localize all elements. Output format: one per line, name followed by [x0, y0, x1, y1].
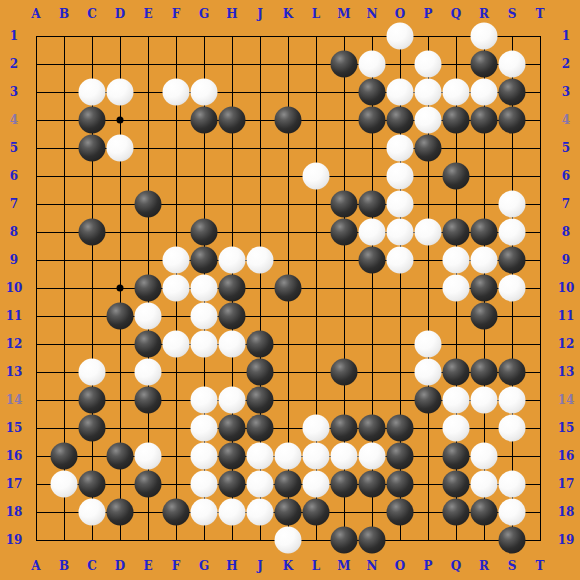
col-label-top: L [302, 2, 330, 26]
stone-black[interactable] [499, 359, 526, 386]
stone-black[interactable] [387, 415, 414, 442]
stone-black[interactable] [247, 387, 274, 414]
stone-black[interactable] [443, 499, 470, 526]
stone-black[interactable] [471, 51, 498, 78]
stone-white[interactable] [387, 219, 414, 246]
stone-white[interactable] [499, 51, 526, 78]
stone-white[interactable] [499, 191, 526, 218]
col-label-bottom: T [526, 554, 554, 578]
stone-black[interactable] [443, 163, 470, 190]
row-label-right: 19 [552, 528, 580, 552]
col-label-bottom: N [358, 554, 386, 578]
stone-black[interactable] [219, 303, 246, 330]
star-point [117, 285, 124, 292]
stone-black[interactable] [51, 443, 78, 470]
stone-black[interactable] [275, 499, 302, 526]
stone-white[interactable] [163, 79, 190, 106]
stone-black[interactable] [471, 499, 498, 526]
stone-white[interactable] [471, 443, 498, 470]
stone-white[interactable] [471, 247, 498, 274]
stone-white[interactable] [79, 359, 106, 386]
stone-white[interactable] [191, 471, 218, 498]
stone-black[interactable] [135, 387, 162, 414]
stone-white[interactable] [415, 51, 442, 78]
stone-white[interactable] [247, 471, 274, 498]
col-label-top: C [78, 2, 106, 26]
stone-black[interactable] [275, 275, 302, 302]
stone-black[interactable] [107, 303, 134, 330]
stone-white[interactable] [79, 79, 106, 106]
stone-black[interactable] [107, 499, 134, 526]
stone-black[interactable] [499, 247, 526, 274]
stone-black[interactable] [359, 247, 386, 274]
col-label-top: B [50, 2, 78, 26]
stone-black[interactable] [471, 275, 498, 302]
stone-black[interactable] [135, 331, 162, 358]
stone-black[interactable] [331, 471, 358, 498]
col-label-top: J [246, 2, 274, 26]
stone-white[interactable] [303, 415, 330, 442]
stone-white[interactable] [415, 107, 442, 134]
stone-black[interactable] [79, 107, 106, 134]
stone-white[interactable] [303, 443, 330, 470]
stone-white[interactable] [163, 247, 190, 274]
col-label-top: T [526, 2, 554, 26]
stone-black[interactable] [79, 471, 106, 498]
stone-white[interactable] [247, 499, 274, 526]
col-label-bottom: C [78, 554, 106, 578]
row-label-left: 5 [0, 136, 28, 160]
row-label-right: 18 [552, 500, 580, 524]
col-label-bottom: R [470, 554, 498, 578]
row-label-right: 12 [552, 332, 580, 356]
col-label-bottom: E [134, 554, 162, 578]
row-label-right: 15 [552, 416, 580, 440]
stone-black[interactable] [471, 107, 498, 134]
stone-black[interactable] [387, 471, 414, 498]
stone-black[interactable] [359, 107, 386, 134]
stone-white[interactable] [191, 303, 218, 330]
stone-white[interactable] [443, 275, 470, 302]
stone-black[interactable] [471, 359, 498, 386]
col-label-top: D [106, 2, 134, 26]
col-label-top: G [190, 2, 218, 26]
row-label-right: 5 [552, 136, 580, 160]
col-label-bottom: A [22, 554, 50, 578]
stone-white[interactable] [359, 443, 386, 470]
stone-black[interactable] [219, 275, 246, 302]
col-label-bottom: G [190, 554, 218, 578]
stone-white[interactable] [499, 387, 526, 414]
stone-white[interactable] [415, 359, 442, 386]
stone-black[interactable] [107, 443, 134, 470]
stone-white[interactable] [415, 79, 442, 106]
stone-black[interactable] [303, 499, 330, 526]
stone-white[interactable] [443, 79, 470, 106]
stone-white[interactable] [135, 303, 162, 330]
stone-white[interactable] [415, 331, 442, 358]
stone-white[interactable] [163, 275, 190, 302]
stone-white[interactable] [359, 219, 386, 246]
stone-black[interactable] [135, 191, 162, 218]
stone-black[interactable] [219, 107, 246, 134]
stone-black[interactable] [331, 359, 358, 386]
stone-black[interactable] [443, 471, 470, 498]
stone-white[interactable] [219, 247, 246, 274]
stone-white[interactable] [387, 163, 414, 190]
col-label-top: M [330, 2, 358, 26]
stone-white[interactable] [471, 471, 498, 498]
row-label-left: 18 [0, 500, 28, 524]
stone-white[interactable] [499, 219, 526, 246]
stone-white[interactable] [471, 79, 498, 106]
stone-black[interactable] [247, 331, 274, 358]
stone-white[interactable] [135, 443, 162, 470]
stone-black[interactable] [443, 219, 470, 246]
stone-black[interactable] [191, 247, 218, 274]
stone-black[interactable] [79, 387, 106, 414]
col-label-top: K [274, 2, 302, 26]
stone-black[interactable] [499, 527, 526, 554]
stone-white[interactable] [135, 359, 162, 386]
stone-white[interactable] [387, 23, 414, 50]
stone-white[interactable] [191, 387, 218, 414]
row-label-right: 11 [552, 304, 580, 328]
stone-white[interactable] [331, 443, 358, 470]
col-label-top: S [498, 2, 526, 26]
row-label-left: 6 [0, 164, 28, 188]
col-label-bottom: K [274, 554, 302, 578]
stone-black[interactable] [499, 79, 526, 106]
row-label-left: 11 [0, 304, 28, 328]
stone-white[interactable] [499, 499, 526, 526]
col-label-bottom: J [246, 554, 274, 578]
row-label-right: 4 [552, 108, 580, 132]
stone-black[interactable] [443, 443, 470, 470]
stone-black[interactable] [415, 135, 442, 162]
row-label-right: 6 [552, 164, 580, 188]
stone-black[interactable] [359, 527, 386, 554]
row-label-left: 13 [0, 360, 28, 384]
stone-white[interactable] [303, 163, 330, 190]
stone-white[interactable] [443, 387, 470, 414]
stone-white[interactable] [471, 23, 498, 50]
col-label-top: A [22, 2, 50, 26]
row-label-right: 16 [552, 444, 580, 468]
stone-white[interactable] [191, 499, 218, 526]
stone-black[interactable] [499, 107, 526, 134]
stone-white[interactable] [163, 331, 190, 358]
stone-black[interactable] [415, 387, 442, 414]
stone-black[interactable] [275, 107, 302, 134]
row-label-left: 17 [0, 472, 28, 496]
stone-black[interactable] [331, 219, 358, 246]
col-label-top: R [470, 2, 498, 26]
stone-black[interactable] [331, 51, 358, 78]
col-label-bottom: L [302, 554, 330, 578]
stone-white[interactable] [443, 415, 470, 442]
row-label-right: 1 [552, 24, 580, 48]
row-label-left: 14 [0, 388, 28, 412]
row-label-left: 7 [0, 192, 28, 216]
row-label-right: 13 [552, 360, 580, 384]
stone-white[interactable] [219, 331, 246, 358]
stone-white[interactable] [191, 415, 218, 442]
row-label-right: 2 [552, 52, 580, 76]
stone-white[interactable] [387, 191, 414, 218]
stone-white[interactable] [443, 247, 470, 274]
stone-white[interactable] [191, 443, 218, 470]
go-board[interactable]: AABBCCDDEEFFGGHHJJKKLLMMNNOOPPQQRRSSTT11… [0, 0, 580, 580]
stone-black[interactable] [359, 79, 386, 106]
col-label-top: F [162, 2, 190, 26]
stone-white[interactable] [415, 219, 442, 246]
stone-black[interactable] [443, 107, 470, 134]
grid-line-vertical [540, 36, 541, 541]
row-label-left: 9 [0, 248, 28, 272]
stone-white[interactable] [471, 387, 498, 414]
stone-black[interactable] [163, 499, 190, 526]
row-label-left: 3 [0, 80, 28, 104]
col-label-bottom: Q [442, 554, 470, 578]
row-label-left: 2 [0, 52, 28, 76]
stone-black[interactable] [135, 275, 162, 302]
row-label-left: 10 [0, 276, 28, 300]
stone-white[interactable] [387, 135, 414, 162]
stone-white[interactable] [499, 275, 526, 302]
stone-black[interactable] [79, 135, 106, 162]
col-label-bottom: D [106, 554, 134, 578]
col-label-bottom: H [218, 554, 246, 578]
col-label-bottom: P [414, 554, 442, 578]
stone-black[interactable] [247, 415, 274, 442]
col-label-top: O [386, 2, 414, 26]
stone-black[interactable] [387, 443, 414, 470]
col-label-top: N [358, 2, 386, 26]
row-label-left: 12 [0, 332, 28, 356]
stone-white[interactable] [499, 415, 526, 442]
row-label-left: 16 [0, 444, 28, 468]
stone-black[interactable] [79, 415, 106, 442]
stone-black[interactable] [219, 471, 246, 498]
row-label-right: 7 [552, 192, 580, 216]
stone-white[interactable] [247, 247, 274, 274]
row-label-left: 19 [0, 528, 28, 552]
stone-white[interactable] [51, 471, 78, 498]
stone-white[interactable] [219, 499, 246, 526]
stone-black[interactable] [359, 471, 386, 498]
row-label-left: 15 [0, 416, 28, 440]
col-label-bottom: O [386, 554, 414, 578]
row-label-left: 4 [0, 108, 28, 132]
star-point [117, 117, 124, 124]
col-label-bottom: S [498, 554, 526, 578]
col-label-bottom: F [162, 554, 190, 578]
row-label-left: 1 [0, 24, 28, 48]
stone-black[interactable] [191, 219, 218, 246]
stone-black[interactable] [331, 415, 358, 442]
col-label-top: E [134, 2, 162, 26]
stone-black[interactable] [219, 415, 246, 442]
stone-black[interactable] [359, 191, 386, 218]
stone-black[interactable] [219, 443, 246, 470]
stone-white[interactable] [191, 331, 218, 358]
stone-white[interactable] [499, 471, 526, 498]
row-label-right: 8 [552, 220, 580, 244]
col-label-top: H [218, 2, 246, 26]
col-label-bottom: B [50, 554, 78, 578]
stone-white[interactable] [247, 443, 274, 470]
row-label-right: 14 [552, 388, 580, 412]
stone-white[interactable] [275, 527, 302, 554]
stone-white[interactable] [359, 51, 386, 78]
stone-black[interactable] [359, 415, 386, 442]
stone-white[interactable] [275, 443, 302, 470]
row-label-right: 3 [552, 80, 580, 104]
stone-white[interactable] [219, 387, 246, 414]
stone-white[interactable] [191, 79, 218, 106]
stone-black[interactable] [387, 499, 414, 526]
stone-black[interactable] [79, 219, 106, 246]
stone-white[interactable] [107, 135, 134, 162]
stone-white[interactable] [191, 275, 218, 302]
col-label-top: Q [442, 2, 470, 26]
stone-white[interactable] [303, 471, 330, 498]
stone-white[interactable] [387, 79, 414, 106]
stone-white[interactable] [107, 79, 134, 106]
stone-black[interactable] [247, 359, 274, 386]
stone-black[interactable] [471, 219, 498, 246]
stone-white[interactable] [79, 499, 106, 526]
row-label-right: 10 [552, 276, 580, 300]
stone-white[interactable] [387, 247, 414, 274]
col-label-top: P [414, 2, 442, 26]
grid-line-horizontal [36, 344, 541, 345]
stone-black[interactable] [135, 471, 162, 498]
col-label-bottom: M [330, 554, 358, 578]
row-label-right: 17 [552, 472, 580, 496]
stone-black[interactable] [275, 471, 302, 498]
stone-black[interactable] [191, 107, 218, 134]
stone-black[interactable] [331, 191, 358, 218]
stone-black[interactable] [471, 303, 498, 330]
row-label-left: 8 [0, 220, 28, 244]
stone-black[interactable] [443, 359, 470, 386]
stone-black[interactable] [387, 107, 414, 134]
row-label-right: 9 [552, 248, 580, 272]
stone-black[interactable] [331, 527, 358, 554]
